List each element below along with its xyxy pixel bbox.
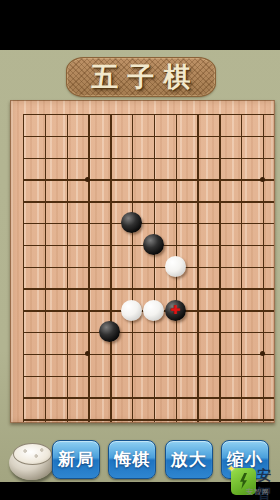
anzhi-watermark: ✦ 安智 安智网 [229,464,280,500]
stones-grid: ✚ [12,103,274,423]
undo-move-button[interactable]: 悔棋 [108,440,156,479]
new-game-button[interactable]: 新局 [52,440,100,479]
last-move-marker: ✚ [170,304,180,316]
top-black-bar [0,0,280,50]
star-point [85,177,90,182]
black-stone [121,212,142,233]
white-stone [121,300,142,321]
star-point [260,177,265,182]
bowl-white-stones [13,443,52,465]
white-stone [143,300,164,321]
white-stone [165,256,186,277]
star-point [260,351,265,356]
black-stone: ✚ [165,300,186,321]
sparkle-icon: ✦ [227,463,235,474]
watermark-subtext: 安智网 [246,487,270,497]
page-title: 五子棋 [83,64,200,91]
gomoku-app-screen: 五子棋 ✚ 新局 悔棋 放大 缩小 ✦ 安智 安智网 [0,0,280,500]
gomoku-board[interactable]: ✚ [10,100,275,423]
black-stone [99,321,120,342]
star-point [85,351,90,356]
black-stone [143,234,164,255]
zoom-in-button[interactable]: 放大 [165,440,213,479]
current-player-white-bowl-icon [8,441,56,482]
title-plaque: 五子棋 [66,57,216,97]
